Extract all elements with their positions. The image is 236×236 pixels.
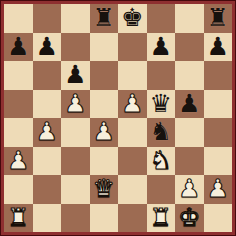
white-pawn-icon: ♟: [178, 175, 200, 204]
square-d2[interactable]: ♛: [90, 175, 119, 204]
square-g3[interactable]: [175, 147, 204, 176]
square-c7[interactable]: [61, 33, 90, 62]
square-h1[interactable]: [204, 204, 233, 233]
square-e4[interactable]: [118, 118, 147, 147]
square-f6[interactable]: [147, 61, 176, 90]
square-g4[interactable]: [175, 118, 204, 147]
square-a5[interactable]: [4, 90, 33, 119]
square-c1[interactable]: [61, 204, 90, 233]
black-pawn-icon: ♟: [150, 33, 172, 62]
square-c2[interactable]: [61, 175, 90, 204]
square-g6[interactable]: [175, 61, 204, 90]
square-g8[interactable]: [175, 4, 204, 33]
black-pawn-icon: ♟: [36, 33, 58, 62]
square-f7[interactable]: ♟: [147, 33, 176, 62]
black-pawn-icon: ♟: [64, 61, 86, 90]
square-e8[interactable]: ♚: [118, 4, 147, 33]
square-a4[interactable]: [4, 118, 33, 147]
white-pawn-icon: ♟: [64, 90, 86, 119]
square-f8[interactable]: [147, 4, 176, 33]
black-rook-icon: ♜: [93, 4, 115, 33]
square-e3[interactable]: [118, 147, 147, 176]
square-h8[interactable]: ♜: [204, 4, 233, 33]
square-g1[interactable]: ♚: [175, 204, 204, 233]
square-b8[interactable]: [33, 4, 62, 33]
square-g5[interactable]: ♟: [175, 90, 204, 119]
chessboard-frame: ♜♚♜♟♟♟♟♟♟♟♛♟♟♟♞♟♞♛♟♟♜♜♚: [0, 0, 236, 236]
square-d5[interactable]: [90, 90, 119, 119]
square-c4[interactable]: [61, 118, 90, 147]
square-h3[interactable]: [204, 147, 233, 176]
square-e5[interactable]: ♟: [118, 90, 147, 119]
white-rook-icon: ♜: [7, 204, 29, 233]
square-d6[interactable]: [90, 61, 119, 90]
white-king-icon: ♚: [178, 204, 200, 233]
white-knight-icon: ♞: [150, 147, 172, 176]
square-d7[interactable]: [90, 33, 119, 62]
square-f5[interactable]: ♛: [147, 90, 176, 119]
square-d1[interactable]: [90, 204, 119, 233]
black-king-icon: ♚: [121, 4, 143, 33]
square-e2[interactable]: [118, 175, 147, 204]
white-rook-icon: ♜: [150, 204, 172, 233]
square-h2[interactable]: ♟: [204, 175, 233, 204]
square-c5[interactable]: ♟: [61, 90, 90, 119]
square-a6[interactable]: [4, 61, 33, 90]
black-knight-icon: ♞: [150, 118, 172, 147]
white-queen-icon: ♛: [93, 175, 115, 204]
square-f2[interactable]: [147, 175, 176, 204]
square-a8[interactable]: [4, 4, 33, 33]
square-h6[interactable]: [204, 61, 233, 90]
square-e7[interactable]: [118, 33, 147, 62]
square-b1[interactable]: [33, 204, 62, 233]
square-a7[interactable]: ♟: [4, 33, 33, 62]
square-g7[interactable]: [175, 33, 204, 62]
square-a2[interactable]: [4, 175, 33, 204]
black-rook-icon: ♜: [207, 4, 229, 33]
square-c3[interactable]: [61, 147, 90, 176]
white-pawn-icon: ♟: [36, 118, 58, 147]
square-f1[interactable]: ♜: [147, 204, 176, 233]
square-d8[interactable]: ♜: [90, 4, 119, 33]
square-e6[interactable]: [118, 61, 147, 90]
square-c6[interactable]: ♟: [61, 61, 90, 90]
square-e1[interactable]: [118, 204, 147, 233]
square-f3[interactable]: ♞: [147, 147, 176, 176]
square-d4[interactable]: ♟: [90, 118, 119, 147]
white-pawn-icon: ♟: [121, 90, 143, 119]
square-h4[interactable]: [204, 118, 233, 147]
square-h7[interactable]: ♟: [204, 33, 233, 62]
black-queen-icon: ♛: [150, 90, 172, 119]
white-pawn-icon: ♟: [93, 118, 115, 147]
black-pawn-icon: ♟: [7, 33, 29, 62]
square-g2[interactable]: ♟: [175, 175, 204, 204]
square-a3[interactable]: ♟: [4, 147, 33, 176]
square-d3[interactable]: [90, 147, 119, 176]
square-c8[interactable]: [61, 4, 90, 33]
square-b4[interactable]: ♟: [33, 118, 62, 147]
square-a1[interactable]: ♜: [4, 204, 33, 233]
square-h5[interactable]: [204, 90, 233, 119]
black-pawn-icon: ♟: [178, 90, 200, 119]
white-pawn-icon: ♟: [207, 175, 229, 204]
square-b7[interactable]: ♟: [33, 33, 62, 62]
white-pawn-icon: ♟: [7, 147, 29, 176]
square-b5[interactable]: [33, 90, 62, 119]
black-pawn-icon: ♟: [207, 33, 229, 62]
chessboard: ♜♚♜♟♟♟♟♟♟♟♛♟♟♟♞♟♞♛♟♟♜♜♚: [4, 4, 232, 232]
square-f4[interactable]: ♞: [147, 118, 176, 147]
square-b2[interactable]: [33, 175, 62, 204]
square-b6[interactable]: [33, 61, 62, 90]
square-b3[interactable]: [33, 147, 62, 176]
